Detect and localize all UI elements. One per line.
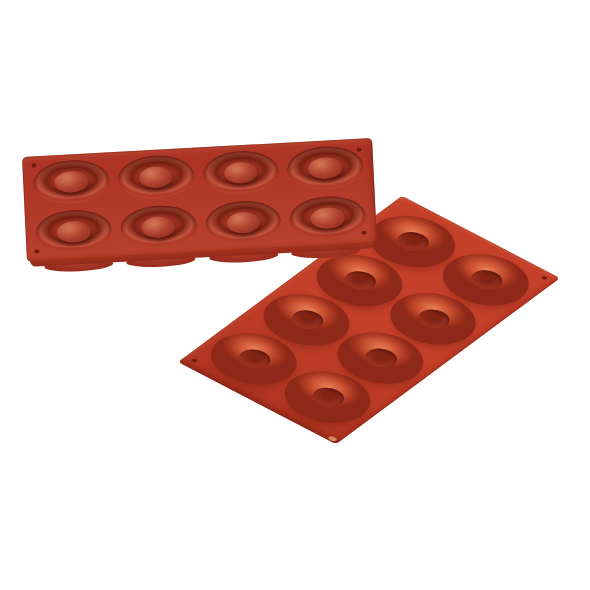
cavity-center-boss [226,211,260,234]
mold-cavity [32,158,110,205]
cavity-center-boss [54,171,88,194]
cavity-center-boss [141,215,175,238]
cavity-center-boss [139,166,173,189]
mold-cavity [202,149,280,196]
bump-dimple [392,228,434,254]
mold-cavity [119,203,197,250]
mold-cavity [35,208,113,255]
cavity-center-boss [224,161,258,184]
cavity-center-boss [56,220,90,243]
silicone-mold-top-side [22,138,377,262]
mold-cavity [204,199,282,246]
bump-dimple [286,307,328,333]
cavity-center-boss [308,157,342,180]
bump-dimple [413,306,455,332]
bump-dimple [465,267,507,293]
bump-dimple [233,346,275,372]
cavity-center-boss [311,206,345,229]
corner-tab [327,435,338,442]
cavity-grid [32,145,366,255]
product-photo [0,0,590,590]
mold-cavity [287,145,365,192]
bump-dimple [339,268,381,294]
bump-dimple [307,384,349,410]
mold-cavity [289,194,367,241]
bump-dimple [360,345,402,371]
mold-cavity [117,154,195,201]
